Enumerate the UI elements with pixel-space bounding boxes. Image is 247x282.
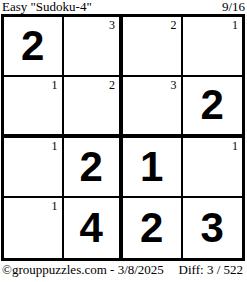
sudoku-grid: 2321123212111423 — [1, 14, 245, 261]
cell-r3c2[interactable]: 2 — [64, 138, 124, 198]
cell-r1c3[interactable]: 2 — [123, 17, 183, 77]
page-title: Easy "Sudoku-4" — [2, 0, 92, 13]
big-digit: 4 — [80, 207, 103, 249]
corner-mark: 1 — [232, 139, 238, 153]
copyright-text: ©grouppuzzles.com - 3/8/2025 — [2, 263, 164, 277]
cell-r1c4[interactable]: 1 — [183, 17, 243, 77]
cell-r3c4[interactable]: 1 — [183, 138, 243, 198]
cell-r2c2[interactable]: 2 — [64, 77, 124, 137]
corner-mark: 1 — [52, 78, 58, 92]
cell-r3c1[interactable]: 1 — [4, 138, 64, 198]
big-digit: 1 — [140, 146, 163, 188]
big-digit: 2 — [140, 207, 163, 249]
big-digit: 3 — [201, 207, 224, 249]
big-digit: 2 — [201, 84, 224, 126]
big-digit: 2 — [80, 146, 103, 188]
corner-mark: 3 — [109, 18, 115, 32]
difficulty-text: Diff: 3 / 522 — [179, 263, 243, 277]
cell-r1c1[interactable]: 2 — [4, 17, 64, 77]
corner-mark: 2 — [109, 78, 115, 92]
footer: ©grouppuzzles.com - 3/8/2025 Diff: 3 / 5… — [0, 263, 247, 280]
cell-r4c3[interactable]: 2 — [123, 198, 183, 258]
big-digit: 2 — [21, 25, 44, 67]
cell-r1c2[interactable]: 3 — [64, 17, 124, 77]
cell-r4c2[interactable]: 4 — [64, 198, 124, 258]
cell-r3c3[interactable]: 1 — [123, 138, 183, 198]
cell-r2c3[interactable]: 3 — [123, 77, 183, 137]
cell-r4c4[interactable]: 3 — [183, 198, 243, 258]
corner-mark: 1 — [232, 18, 238, 32]
corner-mark: 1 — [52, 199, 58, 213]
cell-r2c4[interactable]: 2 — [183, 77, 243, 137]
corner-mark: 3 — [171, 78, 177, 92]
progress-counter: 9/16 — [222, 0, 245, 13]
header: Easy "Sudoku-4" 9/16 — [0, 0, 247, 14]
corner-mark: 2 — [171, 18, 177, 32]
corner-mark: 1 — [52, 139, 58, 153]
cell-r2c1[interactable]: 1 — [4, 77, 64, 137]
cell-r4c1[interactable]: 1 — [4, 198, 64, 258]
